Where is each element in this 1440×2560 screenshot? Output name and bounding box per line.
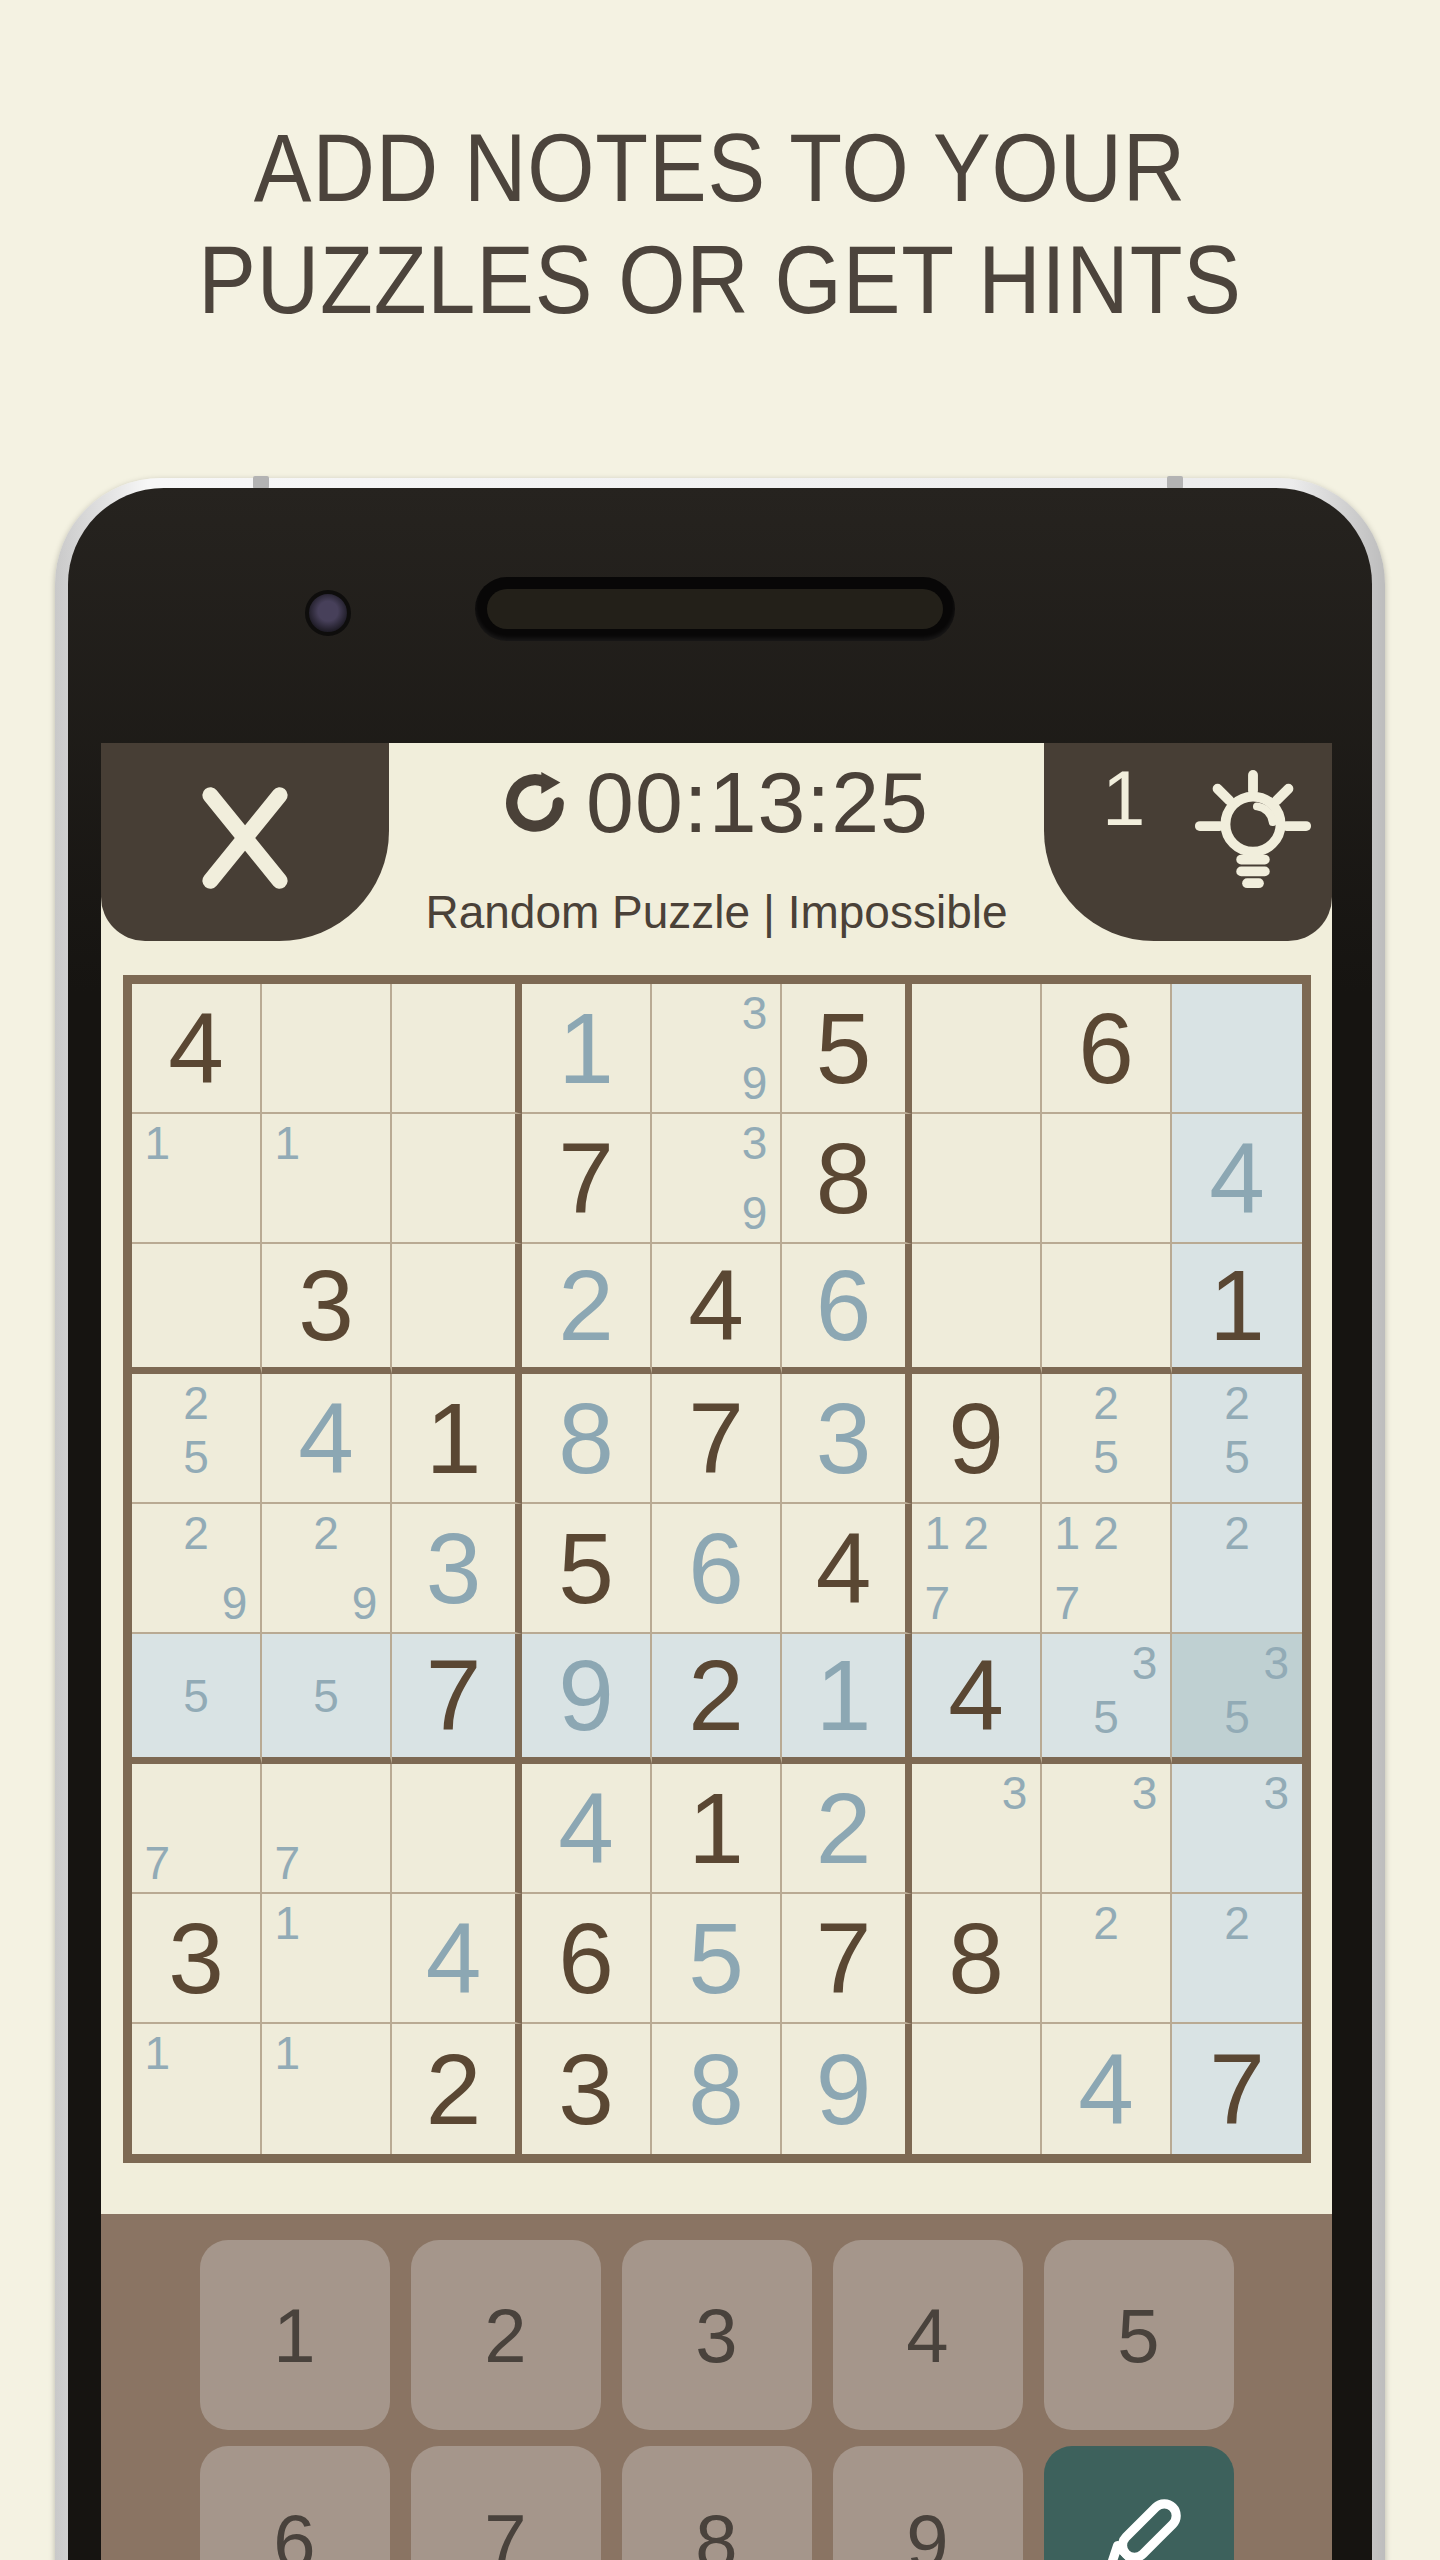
pencil-notes: 127 — [1048, 1506, 1164, 1630]
cell-r6c5[interactable]: 2 — [652, 1634, 782, 1764]
cell-r6c9[interactable]: 35 — [1172, 1634, 1302, 1764]
given-digit: 4 — [132, 984, 260, 1112]
cell-r2c5[interactable]: 39 — [652, 1114, 782, 1244]
cell-r2c4[interactable]: 7 — [522, 1114, 652, 1244]
cell-r5c6[interactable]: 4 — [782, 1504, 912, 1634]
note-digit: 5 — [1217, 1690, 1256, 1744]
cell-r6c1[interactable]: 5 — [132, 1634, 262, 1764]
cell-r8c9[interactable]: 2 — [1172, 1894, 1302, 2024]
note-digit: 5 — [177, 1430, 216, 1484]
cell-r7c4[interactable]: 4 — [522, 1764, 652, 1894]
cell-r3c9[interactable]: 1 — [1172, 1244, 1302, 1374]
pad-button-6[interactable]: 6 — [200, 2446, 390, 2560]
cell-r3c7[interactable] — [912, 1244, 1042, 1374]
note-digit: 2 — [1087, 1896, 1126, 1950]
cell-r1c9[interactable] — [1172, 984, 1302, 1114]
cell-r1c5[interactable]: 39 — [652, 984, 782, 1114]
pencil-notes: 35 — [1178, 1636, 1296, 1755]
entry-digit: 4 — [392, 1894, 515, 2022]
entry-digit: 4 — [522, 1764, 650, 1892]
given-digit: 2 — [392, 2024, 515, 2154]
pencil-notes: 39 — [658, 1116, 774, 1240]
pencil-notes: 3 — [1178, 1766, 1296, 1890]
cell-r3c2[interactable]: 3 — [262, 1244, 392, 1374]
pencil-notes: 2 — [1178, 1896, 1296, 2020]
cell-r5c2[interactable]: 29 — [262, 1504, 392, 1634]
pencil-notes: 1 — [138, 2026, 254, 2152]
cell-r9c9[interactable]: 7 — [1172, 2024, 1302, 2154]
cell-r8c1[interactable]: 3 — [132, 1894, 262, 2024]
pad-button-1[interactable]: 1 — [200, 2240, 390, 2430]
given-digit: 7 — [652, 1374, 780, 1502]
cell-r2c6[interactable]: 8 — [782, 1114, 912, 1244]
pencil-notes: 29 — [268, 1506, 384, 1630]
cell-r7c2[interactable]: 7 — [262, 1764, 392, 1894]
cell-r4c9[interactable]: 25 — [1172, 1374, 1302, 1504]
entry-digit: 3 — [392, 1504, 515, 1632]
given-digit: 6 — [1042, 984, 1170, 1112]
entry-digit: 4 — [1042, 2024, 1170, 2154]
cell-r4c7[interactable]: 9 — [912, 1374, 1042, 1504]
pencil-icon — [1084, 2486, 1194, 2560]
note-digit: 2 — [1217, 1376, 1256, 1430]
cell-r3c8[interactable] — [1042, 1244, 1172, 1374]
entry-digit: 1 — [522, 984, 650, 1112]
cell-r5c1[interactable]: 29 — [132, 1504, 262, 1634]
cell-r9c7[interactable] — [912, 2024, 1042, 2154]
entry-digit: 2 — [522, 1244, 650, 1367]
pencil-notes: 2 — [1048, 1896, 1164, 2020]
pencil-notes: 2 — [1178, 1506, 1296, 1630]
cell-r7c7[interactable]: 3 — [912, 1764, 1042, 1894]
cell-r5c9[interactable]: 2 — [1172, 1504, 1302, 1634]
phone-frame: 00:13:25 Random Puzzle | Impossible 1 — [55, 478, 1385, 2560]
note-digit: 2 — [1087, 1506, 1126, 1560]
note-digit: 5 — [1087, 1430, 1126, 1484]
cell-r8c2[interactable]: 1 — [262, 1894, 392, 2024]
page-title-line1: ADD NOTES TO YOUR — [72, 112, 1368, 224]
entry-digit: 3 — [782, 1374, 905, 1502]
cell-r4c3[interactable]: 1 — [392, 1374, 522, 1504]
cell-r6c2[interactable]: 5 — [262, 1634, 392, 1764]
cell-r1c4[interactable]: 1 — [522, 984, 652, 1114]
pencil-notes: 127 — [918, 1506, 1034, 1630]
cell-r8c6[interactable]: 7 — [782, 1894, 912, 2024]
note-digit: 1 — [268, 1896, 307, 1950]
note-digit: 3 — [1125, 1766, 1164, 1820]
cell-r7c9[interactable]: 3 — [1172, 1764, 1302, 1894]
note-digit: 1 — [268, 2026, 307, 2080]
note-digit: 1 — [138, 2026, 177, 2080]
camera-dot — [305, 590, 351, 636]
cell-r3c1[interactable] — [132, 1244, 262, 1374]
lightbulb-icon — [1190, 769, 1316, 895]
note-digit: 7 — [1048, 1576, 1087, 1630]
cell-r3c6[interactable]: 6 — [782, 1244, 912, 1374]
cell-r2c8[interactable] — [1042, 1114, 1172, 1244]
pencil-notes: 1 — [268, 2026, 384, 2152]
note-digit: 9 — [345, 1576, 384, 1630]
cell-r1c2[interactable] — [262, 984, 392, 1114]
pad-button-3[interactable]: 3 — [622, 2240, 812, 2430]
pad-button-5[interactable]: 5 — [1044, 2240, 1234, 2430]
cell-r8c8[interactable]: 2 — [1042, 1894, 1172, 2024]
number-pad: 12345 6789 — [101, 2214, 1332, 2560]
cell-r4c8[interactable]: 25 — [1042, 1374, 1172, 1504]
given-digit: 3 — [522, 2024, 650, 2154]
given-digit: 7 — [522, 1114, 650, 1242]
pencil-notes: 7 — [138, 1766, 254, 1890]
cell-r9c3[interactable]: 2 — [392, 2024, 522, 2154]
entry-digit: 8 — [652, 2024, 780, 2154]
pencil-notes: 25 — [138, 1376, 254, 1500]
cell-r8c4[interactable]: 6 — [522, 1894, 652, 2024]
cell-r7c3[interactable] — [392, 1764, 522, 1894]
note-digit: 5 — [1087, 1690, 1126, 1744]
cell-r9c8[interactable]: 4 — [1042, 2024, 1172, 2154]
given-digit: 8 — [912, 1894, 1040, 2022]
timer-text: 00:13:25 — [586, 753, 929, 852]
cell-r5c5[interactable]: 6 — [652, 1504, 782, 1634]
cell-r1c3[interactable] — [392, 984, 522, 1114]
entry-digit: 6 — [652, 1504, 780, 1632]
cell-r9c4[interactable]: 3 — [522, 2024, 652, 2154]
hint-corner[interactable]: 1 — [1044, 743, 1332, 941]
cell-r8c5[interactable]: 5 — [652, 1894, 782, 2024]
speaker-grille — [475, 577, 955, 641]
cell-r5c4[interactable]: 5 — [522, 1504, 652, 1634]
cell-r4c4[interactable]: 8 — [522, 1374, 652, 1504]
pencil-notes: 7 — [268, 1766, 384, 1890]
note-digit: 2 — [177, 1506, 216, 1560]
given-digit: 7 — [1172, 2024, 1302, 2154]
entry-digit: 4 — [262, 1374, 390, 1502]
given-digit: 9 — [912, 1374, 1040, 1502]
cell-r4c6[interactable]: 3 — [782, 1374, 912, 1504]
pencil-notes: 3 — [918, 1766, 1034, 1890]
cell-r1c1[interactable]: 4 — [132, 984, 262, 1114]
pencil-notes: 1 — [268, 1896, 384, 2020]
note-digit: 7 — [268, 1836, 307, 1890]
cell-r1c8[interactable]: 6 — [1042, 984, 1172, 1114]
note-digit: 1 — [918, 1506, 957, 1560]
cell-r7c5[interactable]: 1 — [652, 1764, 782, 1894]
pencil-notes: 1 — [268, 1116, 384, 1240]
cell-r9c2[interactable]: 1 — [262, 2024, 392, 2154]
pad-button-7[interactable]: 7 — [411, 2446, 601, 2560]
cell-r1c7[interactable] — [912, 984, 1042, 1114]
cell-r2c1[interactable]: 1 — [132, 1114, 262, 1244]
given-digit: 7 — [392, 1634, 515, 1757]
pad-button-9[interactable]: 9 — [833, 2446, 1023, 2560]
note-digit: 3 — [1257, 1766, 1296, 1820]
given-digit: 4 — [912, 1634, 1040, 1757]
cell-r1c6[interactable]: 5 — [782, 984, 912, 1114]
pad-button-8[interactable]: 8 — [622, 2446, 812, 2560]
cell-r9c6[interactable]: 9 — [782, 2024, 912, 2154]
pencil-notes: 39 — [658, 986, 774, 1110]
given-digit: 2 — [652, 1634, 780, 1757]
cell-r5c8[interactable]: 127 — [1042, 1504, 1172, 1634]
pencil-notes: 25 — [1178, 1376, 1296, 1500]
entry-digit: 1 — [782, 1634, 905, 1757]
cell-r6c3[interactable]: 7 — [392, 1634, 522, 1764]
cell-r2c7[interactable] — [912, 1114, 1042, 1244]
given-digit: 4 — [652, 1244, 780, 1367]
given-digit: 3 — [132, 1894, 260, 2022]
note-digit: 7 — [918, 1576, 957, 1630]
given-digit: 5 — [782, 984, 905, 1112]
cell-r8c3[interactable]: 4 — [392, 1894, 522, 2024]
phone-bezel: 00:13:25 Random Puzzle | Impossible 1 — [68, 488, 1372, 2560]
note-digit: 9 — [215, 1576, 254, 1630]
given-digit: 5 — [522, 1504, 650, 1632]
pencil-notes: 25 — [1048, 1376, 1164, 1500]
note-digit: 2 — [1217, 1896, 1256, 1950]
cell-r7c8[interactable]: 3 — [1042, 1764, 1172, 1894]
pad-row-2: 6789 — [101, 2446, 1332, 2560]
pencil-notes: 1 — [138, 1116, 254, 1240]
cell-r4c5[interactable]: 7 — [652, 1374, 782, 1504]
given-digit: 7 — [782, 1894, 905, 2022]
pencil-notes: 29 — [138, 1506, 254, 1630]
cell-r9c1[interactable]: 1 — [132, 2024, 262, 2154]
note-digit: 7 — [138, 1836, 177, 1890]
note-digit: 3 — [735, 986, 774, 1040]
given-digit: 1 — [652, 1764, 780, 1892]
pad-button-4[interactable]: 4 — [833, 2240, 1023, 2430]
cell-r8c7[interactable]: 8 — [912, 1894, 1042, 2024]
note-digit: 1 — [138, 1116, 177, 1170]
pad-row-1: 12345 — [101, 2240, 1332, 2430]
cell-r4c2[interactable]: 4 — [262, 1374, 392, 1504]
cell-r7c6[interactable]: 2 — [782, 1764, 912, 1894]
pencil-notes: 5 — [268, 1636, 384, 1755]
cell-r6c7[interactable]: 4 — [912, 1634, 1042, 1764]
app-screen: 00:13:25 Random Puzzle | Impossible 1 — [101, 743, 1332, 2560]
note-digit: 2 — [957, 1506, 996, 1560]
cell-r4c1[interactable]: 25 — [132, 1374, 262, 1504]
sudoku-board: 4139561173984324612541873925252929356412… — [123, 975, 1311, 2163]
note-digit: 2 — [177, 1376, 216, 1430]
cell-r3c5[interactable]: 4 — [652, 1244, 782, 1374]
given-digit: 6 — [522, 1894, 650, 2022]
given-digit: 4 — [782, 1504, 905, 1632]
entry-digit: 4 — [1172, 1114, 1302, 1242]
cell-r9c5[interactable]: 8 — [652, 2024, 782, 2154]
pencil-notes: 5 — [138, 1636, 254, 1755]
page-title: ADD NOTES TO YOUR PUZZLES OR GET HINTS — [0, 112, 1440, 336]
cell-r5c7[interactable]: 127 — [912, 1504, 1042, 1634]
restart-icon[interactable] — [504, 772, 566, 834]
note-digit: 5 — [1217, 1430, 1256, 1484]
pencil-notes: 35 — [1048, 1636, 1164, 1755]
note-digit: 1 — [1048, 1506, 1087, 1560]
note-digit: 2 — [1087, 1376, 1126, 1430]
note-digit: 3 — [1257, 1636, 1296, 1690]
cell-r6c4[interactable]: 9 — [522, 1634, 652, 1764]
note-digit: 5 — [177, 1669, 216, 1723]
note-digit: 3 — [735, 1116, 774, 1170]
note-digit: 9 — [735, 1186, 774, 1240]
note-digit: 9 — [735, 1056, 774, 1110]
cell-r6c6[interactable]: 1 — [782, 1634, 912, 1764]
cell-r2c2[interactable]: 1 — [262, 1114, 392, 1244]
note-digit: 2 — [1217, 1506, 1256, 1560]
given-digit: 3 — [262, 1244, 390, 1367]
entry-digit: 5 — [652, 1894, 780, 2022]
given-digit: 1 — [1172, 1244, 1302, 1367]
entry-digit: 8 — [522, 1374, 650, 1502]
pencil-button[interactable] — [1044, 2446, 1234, 2560]
note-digit: 2 — [307, 1506, 346, 1560]
note-digit: 1 — [268, 1116, 307, 1170]
note-digit: 3 — [995, 1766, 1034, 1820]
given-digit: 1 — [392, 1374, 515, 1502]
cell-r5c3[interactable]: 3 — [392, 1504, 522, 1634]
note-digit: 3 — [1125, 1636, 1164, 1690]
note-digit: 5 — [307, 1669, 346, 1723]
entry-digit: 6 — [782, 1244, 905, 1367]
cell-r6c8[interactable]: 35 — [1042, 1634, 1172, 1764]
entry-digit: 9 — [782, 2024, 905, 2154]
cell-r3c4[interactable]: 2 — [522, 1244, 652, 1374]
entry-digit: 9 — [522, 1634, 650, 1757]
entry-digit: 2 — [782, 1764, 905, 1892]
cell-r7c1[interactable]: 7 — [132, 1764, 262, 1894]
cell-r3c3[interactable] — [392, 1244, 522, 1374]
cell-r2c3[interactable] — [392, 1114, 522, 1244]
pad-button-2[interactable]: 2 — [411, 2240, 601, 2430]
page-title-line2: PUZZLES OR GET HINTS — [72, 224, 1368, 336]
hints-count: 1 — [1102, 753, 1145, 844]
cell-r2c9[interactable]: 4 — [1172, 1114, 1302, 1244]
pencil-notes: 3 — [1048, 1766, 1164, 1890]
given-digit: 8 — [782, 1114, 905, 1242]
